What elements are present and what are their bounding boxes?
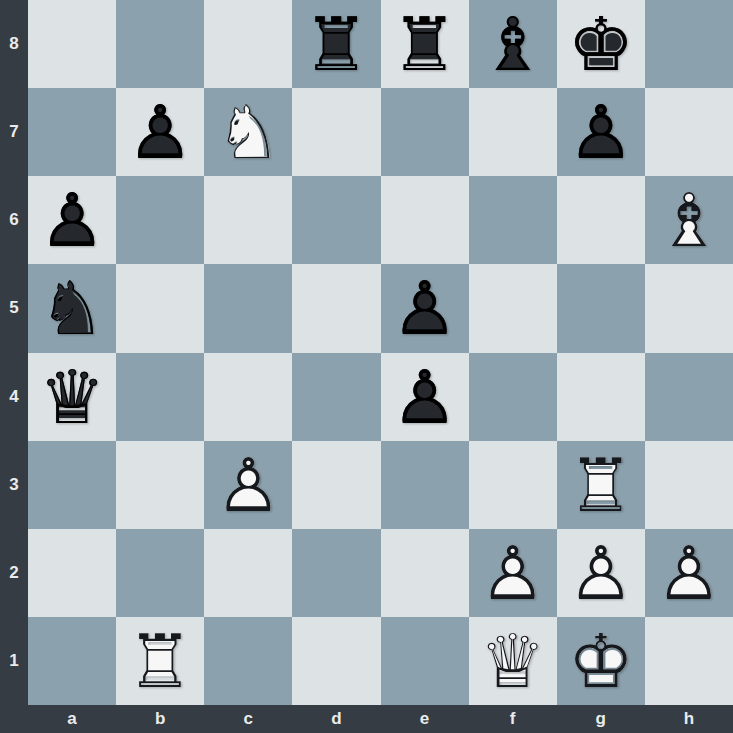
square-e1[interactable] [381,617,469,705]
square-h2[interactable]: ♟︎♙ [645,529,733,617]
file-label-f: f [469,705,557,733]
rank-label-8: 8 [0,0,28,88]
piece-glyph-outline: ♙ [116,88,204,176]
piece-glyph-outline: ♖ [557,441,645,529]
square-d7[interactable] [292,88,380,176]
square-a8[interactable] [28,0,116,88]
square-d1[interactable] [292,617,380,705]
piece-glyph-outline: ♗ [469,0,557,88]
piece-glyph-outline: ♔ [557,0,645,88]
piece-white-pawn[interactable]: ♟︎♙ [469,529,557,617]
square-b2[interactable] [116,529,204,617]
piece-white-knight[interactable]: ♞♘ [204,88,292,176]
file-label-b: b [116,705,204,733]
piece-glyph-outline: ♕ [469,617,557,705]
piece-glyph-outline: ♙ [469,529,557,617]
square-a5[interactable]: ♞♘ [28,264,116,352]
piece-black-pawn[interactable]: ♟︎♙ [557,88,645,176]
piece-glyph-outline: ♙ [381,264,469,352]
square-f3[interactable] [469,441,557,529]
square-g1[interactable]: ♚♔ [557,617,645,705]
square-d6[interactable] [292,176,380,264]
piece-glyph-outline: ♖ [116,617,204,705]
square-g6[interactable] [557,176,645,264]
piece-black-rook[interactable]: ♜♖ [292,0,380,88]
square-h3[interactable] [645,441,733,529]
square-f6[interactable] [469,176,557,264]
piece-black-pawn[interactable]: ♟︎♙ [381,264,469,352]
square-b8[interactable] [116,0,204,88]
piece-black-pawn[interactable]: ♟︎♙ [381,353,469,441]
square-c2[interactable] [204,529,292,617]
square-c5[interactable] [204,264,292,352]
piece-glyph-outline: ♕ [28,353,116,441]
square-d5[interactable] [292,264,380,352]
square-e6[interactable] [381,176,469,264]
piece-black-bishop[interactable]: ♝♗ [469,0,557,88]
rank-label-3: 3 [0,441,28,529]
square-d3[interactable] [292,441,380,529]
square-f7[interactable] [469,88,557,176]
square-b4[interactable] [116,353,204,441]
square-h4[interactable] [645,353,733,441]
square-c1[interactable] [204,617,292,705]
square-g7[interactable]: ♟︎♙ [557,88,645,176]
file-label-a: a [28,705,116,733]
square-a3[interactable] [28,441,116,529]
piece-white-king[interactable]: ♚♔ [557,617,645,705]
piece-white-queen[interactable]: ♛♕ [469,617,557,705]
piece-black-queen[interactable]: ♛♕ [28,353,116,441]
piece-glyph-outline: ♔ [557,617,645,705]
board-corner [0,705,28,733]
piece-white-pawn[interactable]: ♟︎♙ [645,529,733,617]
square-f8[interactable]: ♝♗ [469,0,557,88]
piece-glyph-outline: ♙ [645,529,733,617]
square-g4[interactable] [557,353,645,441]
piece-white-rook[interactable]: ♜♖ [557,441,645,529]
piece-glyph-outline: ♘ [28,264,116,352]
square-c8[interactable] [204,0,292,88]
chess-board: 8♜♖♜♖♝♗♚♔7♟︎♙♞♘♟︎♙6♟︎♙♝♗5♞♘♟︎♙4♛♕♟︎♙3♟︎♙… [0,0,733,733]
file-label-h: h [645,705,733,733]
square-f4[interactable] [469,353,557,441]
square-c7[interactable]: ♞♘ [204,88,292,176]
square-a2[interactable] [28,529,116,617]
square-g8[interactable]: ♚♔ [557,0,645,88]
square-g2[interactable]: ♟︎♙ [557,529,645,617]
square-h6[interactable]: ♝♗ [645,176,733,264]
square-a7[interactable] [28,88,116,176]
square-e5[interactable]: ♟︎♙ [381,264,469,352]
square-f1[interactable]: ♛♕ [469,617,557,705]
rank-label-4: 4 [0,353,28,441]
square-b7[interactable]: ♟︎♙ [116,88,204,176]
square-c3[interactable]: ♟︎♙ [204,441,292,529]
piece-glyph-outline: ♙ [557,529,645,617]
piece-glyph-outline: ♖ [381,0,469,88]
piece-white-rook[interactable]: ♜♖ [116,617,204,705]
piece-black-knight[interactable]: ♞♘ [28,264,116,352]
square-f2[interactable]: ♟︎♙ [469,529,557,617]
piece-glyph-outline: ♙ [381,353,469,441]
file-label-c: c [204,705,292,733]
piece-glyph-outline: ♖ [292,0,380,88]
piece-white-pawn[interactable]: ♟︎♙ [557,529,645,617]
piece-white-pawn[interactable]: ♟︎♙ [204,441,292,529]
square-e8[interactable]: ♜♖ [381,0,469,88]
square-e7[interactable] [381,88,469,176]
piece-black-pawn[interactable]: ♟︎♙ [116,88,204,176]
square-a1[interactable] [28,617,116,705]
square-b6[interactable] [116,176,204,264]
rank-label-1: 1 [0,617,28,705]
square-d8[interactable]: ♜♖ [292,0,380,88]
piece-white-bishop[interactable]: ♝♗ [645,176,733,264]
square-b1[interactable]: ♜♖ [116,617,204,705]
piece-glyph-outline: ♙ [557,88,645,176]
file-label-d: d [292,705,380,733]
file-label-e: e [381,705,469,733]
piece-glyph-outline: ♙ [204,441,292,529]
square-e3[interactable] [381,441,469,529]
piece-black-pawn[interactable]: ♟︎♙ [28,176,116,264]
square-a4[interactable]: ♛♕ [28,353,116,441]
square-c6[interactable] [204,176,292,264]
square-e2[interactable] [381,529,469,617]
rank-label-6: 6 [0,176,28,264]
file-label-g: g [557,705,645,733]
piece-black-king[interactable]: ♚♔ [557,0,645,88]
square-h8[interactable] [645,0,733,88]
square-f5[interactable] [469,264,557,352]
piece-glyph-outline: ♘ [204,88,292,176]
piece-black-rook[interactable]: ♜♖ [381,0,469,88]
piece-glyph-outline: ♙ [28,176,116,264]
square-h5[interactable] [645,264,733,352]
rank-label-2: 2 [0,529,28,617]
square-h1[interactable] [645,617,733,705]
square-g3[interactable]: ♜♖ [557,441,645,529]
square-e4[interactable]: ♟︎♙ [381,353,469,441]
square-c4[interactable] [204,353,292,441]
square-h7[interactable] [645,88,733,176]
square-g5[interactable] [557,264,645,352]
square-d4[interactable] [292,353,380,441]
square-b5[interactable] [116,264,204,352]
rank-label-7: 7 [0,88,28,176]
square-b3[interactable] [116,441,204,529]
rank-label-5: 5 [0,264,28,352]
piece-glyph-outline: ♗ [645,176,733,264]
square-d2[interactable] [292,529,380,617]
square-a6[interactable]: ♟︎♙ [28,176,116,264]
